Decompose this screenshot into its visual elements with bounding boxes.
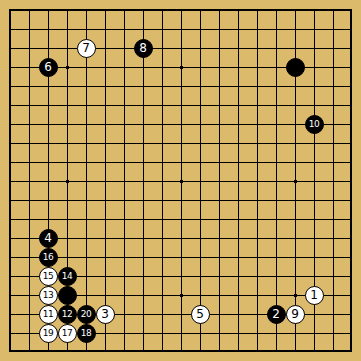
move-number-label: 2 [272,308,280,320]
grid-line-vertical [219,10,220,352]
go-board: 1234567891011121314151617181920 [0,0,361,361]
grid-line-vertical [257,10,258,352]
star-point [180,180,183,183]
stone-white-move-13: 13 [39,286,58,305]
move-number-label: 8 [139,42,147,54]
grid-line-horizontal [10,238,352,239]
star-point [294,294,297,297]
grid-line-vertical [333,10,334,352]
grid-line-horizontal [10,257,352,258]
stone-white-move-17: 17 [58,324,77,343]
stone-white-move-7: 7 [77,39,96,58]
move-number-label: 6 [44,61,52,73]
stone-black-move-18: 18 [77,324,96,343]
move-number-label: 5 [196,308,204,320]
move-number-label: 9 [291,308,299,320]
stone-black-move-10: 10 [305,115,324,134]
star-point [180,66,183,69]
stone-black-move-14: 14 [58,267,77,286]
stone-white-move-11: 11 [39,305,58,324]
move-number-label: 13 [43,291,53,300]
move-number-label: 12 [62,310,72,319]
move-number-label: 10 [309,120,319,129]
move-number-label: 15 [43,272,53,281]
stone-white-move-15: 15 [39,267,58,286]
stone-white-move-3: 3 [96,305,115,324]
star-point [294,180,297,183]
stone-white-move-19: 19 [39,324,58,343]
stone-black-move-4: 4 [39,229,58,248]
star-point [180,294,183,297]
move-number-label: 7 [82,42,90,54]
grid-line-horizontal [10,200,352,201]
stone-black-move-12: 12 [58,305,77,324]
move-number-label: 3 [101,308,109,320]
star-point [66,66,69,69]
stone-black-handicap [58,286,77,305]
move-number-label: 1 [310,289,318,301]
stone-black-move-6: 6 [39,58,58,77]
stone-white-move-5: 5 [191,305,210,324]
stone-white-move-1: 1 [305,286,324,305]
stone-black-move-8: 8 [134,39,153,58]
grid-line-horizontal [10,219,352,220]
star-point [66,180,69,183]
grid-line-vertical [276,10,277,352]
move-number-label: 16 [43,253,53,262]
move-number-label: 17 [62,329,72,338]
stone-white-move-9: 9 [286,305,305,324]
move-number-label: 19 [43,329,53,338]
move-number-label: 18 [81,329,91,338]
stone-black-move-20: 20 [77,305,96,324]
stone-black-move-2: 2 [267,305,286,324]
move-number-label: 14 [62,272,72,281]
grid-line-vertical [238,10,239,352]
move-number-label: 4 [44,232,52,244]
stone-black-move-16: 16 [39,248,58,267]
move-number-label: 20 [81,310,91,319]
move-number-label: 11 [43,310,53,319]
grid-line-vertical [200,10,201,352]
stone-black-handicap [286,58,305,77]
